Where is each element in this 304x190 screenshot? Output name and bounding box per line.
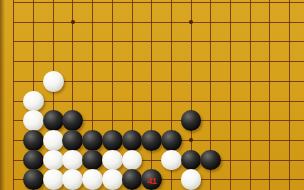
stone-black[interactable] (82, 130, 103, 151)
move-number-label: 41 (147, 175, 157, 185)
stone-white[interactable] (62, 150, 83, 171)
stone-black[interactable] (23, 169, 44, 190)
stone-black[interactable] (141, 130, 162, 151)
stone-black[interactable]: 41 (141, 169, 162, 190)
stone-black[interactable] (23, 130, 44, 151)
stone-white[interactable] (102, 150, 123, 171)
stone-white[interactable] (43, 169, 64, 190)
stone-black[interactable] (23, 150, 44, 171)
stone-black[interactable] (122, 169, 143, 190)
stone-black[interactable] (62, 110, 83, 131)
star-point (189, 138, 193, 142)
stone-black[interactable] (181, 150, 202, 171)
stone-white[interactable] (43, 150, 64, 171)
stone-black[interactable] (181, 110, 202, 131)
star-point (71, 20, 75, 24)
go-board[interactable]: 41 (4, 0, 299, 190)
stone-white[interactable] (82, 169, 103, 190)
stone-white[interactable] (23, 110, 44, 131)
stone-white[interactable] (161, 150, 182, 171)
stone-white[interactable] (122, 150, 143, 171)
stone-white[interactable] (102, 169, 123, 190)
stone-black[interactable] (43, 110, 64, 131)
star-point (189, 20, 193, 24)
stone-black[interactable] (200, 150, 221, 171)
stone-white[interactable] (62, 169, 83, 190)
stone-black[interactable] (102, 130, 123, 151)
stone-black[interactable] (62, 130, 83, 151)
stone-black[interactable] (161, 130, 182, 151)
go-board-frame: 41 (0, 0, 304, 190)
stone-white[interactable] (181, 169, 202, 190)
stone-black[interactable] (122, 130, 143, 151)
stone-black[interactable] (82, 150, 103, 171)
stone-white[interactable] (43, 130, 64, 151)
stone-white[interactable] (43, 71, 64, 92)
stone-white[interactable] (23, 91, 44, 112)
